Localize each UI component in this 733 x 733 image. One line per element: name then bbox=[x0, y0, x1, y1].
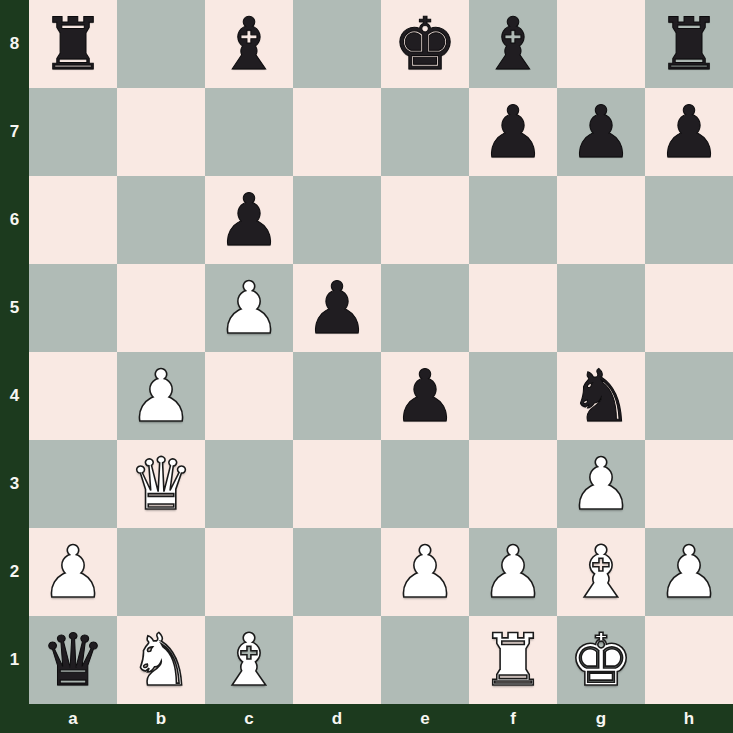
square-g8[interactable] bbox=[557, 0, 645, 88]
square-e2[interactable]: ♟ bbox=[381, 528, 469, 616]
square-e5[interactable] bbox=[381, 264, 469, 352]
square-c5[interactable]: ♟ bbox=[205, 264, 293, 352]
square-c4[interactable] bbox=[205, 352, 293, 440]
square-g6[interactable] bbox=[557, 176, 645, 264]
black-pawn-f7[interactable]: ♟ bbox=[469, 88, 557, 176]
white-pawn-h2[interactable]: ♟ bbox=[645, 528, 733, 616]
square-a6[interactable] bbox=[29, 176, 117, 264]
file-label-g: g bbox=[557, 704, 645, 733]
white-queen-b3[interactable]: ♛ bbox=[117, 440, 205, 528]
file-labels: abcdefgh bbox=[29, 704, 733, 733]
square-d6[interactable] bbox=[293, 176, 381, 264]
square-d3[interactable] bbox=[293, 440, 381, 528]
rank-label-8: 8 bbox=[0, 0, 29, 88]
square-h1[interactable] bbox=[645, 616, 733, 704]
file-label-h: h bbox=[645, 704, 733, 733]
black-pawn-c6[interactable]: ♟ bbox=[205, 176, 293, 264]
square-h7[interactable]: ♟ bbox=[645, 88, 733, 176]
rank-label-7: 7 bbox=[0, 88, 29, 176]
black-knight-g4[interactable]: ♞ bbox=[557, 352, 645, 440]
square-b5[interactable] bbox=[117, 264, 205, 352]
square-c8[interactable]: ♝ bbox=[205, 0, 293, 88]
black-pawn-e4[interactable]: ♟ bbox=[381, 352, 469, 440]
black-king-e8[interactable]: ♚ bbox=[381, 0, 469, 88]
square-g5[interactable] bbox=[557, 264, 645, 352]
square-b3[interactable]: ♛ bbox=[117, 440, 205, 528]
black-bishop-f8[interactable]: ♝ bbox=[469, 0, 557, 88]
square-c1[interactable]: ♝ bbox=[205, 616, 293, 704]
chess-app: 87654321 ♜♝♚♝♜♟♟♟♟♟♟♟♟♞♛♟♟♟♟♝♟♛♞♝♜♚ abcd… bbox=[0, 0, 733, 733]
file-label-e: e bbox=[381, 704, 469, 733]
square-g3[interactable]: ♟ bbox=[557, 440, 645, 528]
square-h8[interactable]: ♜ bbox=[645, 0, 733, 88]
square-f7[interactable]: ♟ bbox=[469, 88, 557, 176]
square-b1[interactable]: ♞ bbox=[117, 616, 205, 704]
file-label-b: b bbox=[117, 704, 205, 733]
white-pawn-a2[interactable]: ♟ bbox=[29, 528, 117, 616]
square-e4[interactable]: ♟ bbox=[381, 352, 469, 440]
square-a4[interactable] bbox=[29, 352, 117, 440]
square-c3[interactable] bbox=[205, 440, 293, 528]
square-a1[interactable]: ♛ bbox=[29, 616, 117, 704]
square-d4[interactable] bbox=[293, 352, 381, 440]
square-g7[interactable]: ♟ bbox=[557, 88, 645, 176]
black-queen-a1[interactable]: ♛ bbox=[29, 616, 117, 704]
square-b6[interactable] bbox=[117, 176, 205, 264]
black-pawn-d5[interactable]: ♟ bbox=[293, 264, 381, 352]
square-h2[interactable]: ♟ bbox=[645, 528, 733, 616]
white-bishop-g2[interactable]: ♝ bbox=[557, 528, 645, 616]
square-h4[interactable] bbox=[645, 352, 733, 440]
square-h3[interactable] bbox=[645, 440, 733, 528]
square-c2[interactable] bbox=[205, 528, 293, 616]
square-f3[interactable] bbox=[469, 440, 557, 528]
square-g4[interactable]: ♞ bbox=[557, 352, 645, 440]
square-b7[interactable] bbox=[117, 88, 205, 176]
square-d8[interactable] bbox=[293, 0, 381, 88]
rank-label-4: 4 bbox=[0, 352, 29, 440]
square-d1[interactable] bbox=[293, 616, 381, 704]
square-f2[interactable]: ♟ bbox=[469, 528, 557, 616]
rank-label-2: 2 bbox=[0, 528, 29, 616]
square-a5[interactable] bbox=[29, 264, 117, 352]
square-g1[interactable]: ♚ bbox=[557, 616, 645, 704]
white-pawn-b4[interactable]: ♟ bbox=[117, 352, 205, 440]
white-bishop-c1[interactable]: ♝ bbox=[205, 616, 293, 704]
rank-labels: 87654321 bbox=[0, 0, 29, 704]
square-d7[interactable] bbox=[293, 88, 381, 176]
white-king-g1[interactable]: ♚ bbox=[557, 616, 645, 704]
square-h5[interactable] bbox=[645, 264, 733, 352]
square-c7[interactable] bbox=[205, 88, 293, 176]
white-rook-f1[interactable]: ♜ bbox=[469, 616, 557, 704]
black-bishop-c8[interactable]: ♝ bbox=[205, 0, 293, 88]
square-e6[interactable] bbox=[381, 176, 469, 264]
file-label-c: c bbox=[205, 704, 293, 733]
white-pawn-e2[interactable]: ♟ bbox=[381, 528, 469, 616]
rank-label-5: 5 bbox=[0, 264, 29, 352]
black-rook-h8[interactable]: ♜ bbox=[645, 0, 733, 88]
square-e8[interactable]: ♚ bbox=[381, 0, 469, 88]
square-h6[interactable] bbox=[645, 176, 733, 264]
file-label-f: f bbox=[469, 704, 557, 733]
square-a3[interactable] bbox=[29, 440, 117, 528]
square-f1[interactable]: ♜ bbox=[469, 616, 557, 704]
rank-label-3: 3 bbox=[0, 440, 29, 528]
square-f5[interactable] bbox=[469, 264, 557, 352]
chess-board: ♜♝♚♝♜♟♟♟♟♟♟♟♟♞♛♟♟♟♟♝♟♛♞♝♜♚ bbox=[29, 0, 733, 704]
square-a8[interactable]: ♜ bbox=[29, 0, 117, 88]
square-e1[interactable] bbox=[381, 616, 469, 704]
white-pawn-g3[interactable]: ♟ bbox=[557, 440, 645, 528]
square-g2[interactable]: ♝ bbox=[557, 528, 645, 616]
square-d2[interactable] bbox=[293, 528, 381, 616]
square-d5[interactable]: ♟ bbox=[293, 264, 381, 352]
square-c6[interactable]: ♟ bbox=[205, 176, 293, 264]
square-e7[interactable] bbox=[381, 88, 469, 176]
white-pawn-f2[interactable]: ♟ bbox=[469, 528, 557, 616]
square-f6[interactable] bbox=[469, 176, 557, 264]
rank-label-6: 6 bbox=[0, 176, 29, 264]
black-pawn-g7[interactable]: ♟ bbox=[557, 88, 645, 176]
square-a2[interactable]: ♟ bbox=[29, 528, 117, 616]
black-rook-a8[interactable]: ♜ bbox=[29, 0, 117, 88]
square-b2[interactable] bbox=[117, 528, 205, 616]
square-f8[interactable]: ♝ bbox=[469, 0, 557, 88]
square-f4[interactable] bbox=[469, 352, 557, 440]
black-pawn-h7[interactable]: ♟ bbox=[645, 88, 733, 176]
file-label-d: d bbox=[293, 704, 381, 733]
square-a7[interactable] bbox=[29, 88, 117, 176]
file-label-a: a bbox=[29, 704, 117, 733]
square-e3[interactable] bbox=[381, 440, 469, 528]
white-pawn-c5[interactable]: ♟ bbox=[205, 264, 293, 352]
rank-label-1: 1 bbox=[0, 616, 29, 704]
square-b8[interactable] bbox=[117, 0, 205, 88]
square-b4[interactable]: ♟ bbox=[117, 352, 205, 440]
white-knight-b1[interactable]: ♞ bbox=[117, 616, 205, 704]
